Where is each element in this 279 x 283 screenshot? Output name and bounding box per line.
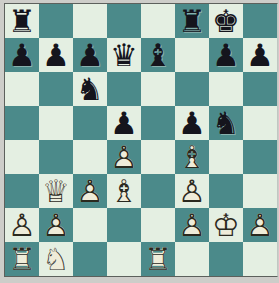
piece-black-queen[interactable]: ♛: [107, 38, 141, 72]
square-g6[interactable]: [209, 72, 243, 106]
white-piece-outline-glyph: ♙: [175, 174, 209, 208]
piece-black-pawn[interactable]: ♟: [243, 38, 277, 72]
square-e3[interactable]: [141, 174, 175, 208]
piece-black-pawn[interactable]: ♟: [5, 38, 39, 72]
square-g2[interactable]: ♚♔: [209, 208, 243, 242]
square-e4[interactable]: [141, 140, 175, 174]
square-b8[interactable]: [39, 4, 73, 38]
piece-black-pawn[interactable]: ♟: [39, 38, 73, 72]
piece-white-pawn[interactable]: ♟♙: [107, 140, 141, 174]
piece-black-pawn[interactable]: ♟: [73, 38, 107, 72]
square-b7[interactable]: ♟: [39, 38, 73, 72]
square-d8[interactable]: [107, 4, 141, 38]
square-f5[interactable]: ♟: [175, 106, 209, 140]
square-b3[interactable]: ♛♕: [39, 174, 73, 208]
square-h6[interactable]: [243, 72, 277, 106]
square-d2[interactable]: [107, 208, 141, 242]
white-piece-outline-glyph: ♘: [39, 242, 73, 276]
white-piece-outline-glyph: ♗: [175, 140, 209, 174]
square-a3[interactable]: [5, 174, 39, 208]
square-f7[interactable]: [175, 38, 209, 72]
square-f8[interactable]: ♜: [175, 4, 209, 38]
white-piece-outline-glyph: ♙: [5, 208, 39, 242]
square-g7[interactable]: ♟: [209, 38, 243, 72]
white-piece-outline-glyph: ♙: [243, 208, 277, 242]
white-piece-outline-glyph: ♖: [141, 242, 175, 276]
white-piece-outline-glyph: ♙: [175, 208, 209, 242]
square-b4[interactable]: [39, 140, 73, 174]
piece-white-pawn[interactable]: ♟♙: [39, 208, 73, 242]
square-f1[interactable]: [175, 242, 209, 276]
square-h2[interactable]: ♟♙: [243, 208, 277, 242]
white-piece-outline-glyph: ♙: [107, 140, 141, 174]
square-f2[interactable]: ♟♙: [175, 208, 209, 242]
square-g8[interactable]: ♚: [209, 4, 243, 38]
square-b6[interactable]: [39, 72, 73, 106]
square-f4[interactable]: ♝♗: [175, 140, 209, 174]
square-h1[interactable]: [243, 242, 277, 276]
square-c2[interactable]: [73, 208, 107, 242]
square-d6[interactable]: [107, 72, 141, 106]
square-e7[interactable]: ♝: [141, 38, 175, 72]
square-e1[interactable]: ♜♖: [141, 242, 175, 276]
square-f6[interactable]: [175, 72, 209, 106]
square-e2[interactable]: [141, 208, 175, 242]
white-piece-outline-glyph: ♖: [5, 242, 39, 276]
piece-black-rook[interactable]: ♜: [175, 4, 209, 38]
piece-white-king[interactable]: ♚♔: [209, 208, 243, 242]
piece-white-queen[interactable]: ♛♕: [39, 174, 73, 208]
white-piece-outline-glyph: ♙: [73, 174, 107, 208]
square-g3[interactable]: [209, 174, 243, 208]
square-d4[interactable]: ♟♙: [107, 140, 141, 174]
square-d3[interactable]: ♝♗: [107, 174, 141, 208]
square-a8[interactable]: ♜: [5, 4, 39, 38]
square-b2[interactable]: ♟♙: [39, 208, 73, 242]
piece-black-knight[interactable]: ♞: [73, 72, 107, 106]
square-a2[interactable]: ♟♙: [5, 208, 39, 242]
square-g1[interactable]: [209, 242, 243, 276]
square-c6[interactable]: ♞: [73, 72, 107, 106]
piece-white-pawn[interactable]: ♟♙: [73, 174, 107, 208]
square-a1[interactable]: ♜♖: [5, 242, 39, 276]
square-d5[interactable]: ♟: [107, 106, 141, 140]
piece-white-bishop[interactable]: ♝♗: [175, 140, 209, 174]
square-c8[interactable]: [73, 4, 107, 38]
square-h7[interactable]: ♟: [243, 38, 277, 72]
piece-white-rook[interactable]: ♜♖: [5, 242, 39, 276]
square-h3[interactable]: [243, 174, 277, 208]
piece-black-pawn[interactable]: ♟: [209, 38, 243, 72]
square-h4[interactable]: [243, 140, 277, 174]
square-g4[interactable]: [209, 140, 243, 174]
piece-white-pawn[interactable]: ♟♙: [5, 208, 39, 242]
white-piece-outline-glyph: ♗: [107, 174, 141, 208]
square-a5[interactable]: [5, 106, 39, 140]
square-c7[interactable]: ♟: [73, 38, 107, 72]
piece-black-knight[interactable]: ♞: [209, 106, 243, 140]
square-h8[interactable]: [243, 4, 277, 38]
white-piece-outline-glyph: ♙: [39, 208, 73, 242]
piece-white-pawn[interactable]: ♟♙: [175, 174, 209, 208]
square-a6[interactable]: [5, 72, 39, 106]
piece-black-rook[interactable]: ♜: [5, 4, 39, 38]
square-c5[interactable]: [73, 106, 107, 140]
piece-black-pawn[interactable]: ♟: [107, 106, 141, 140]
square-c3[interactable]: ♟♙: [73, 174, 107, 208]
square-h5[interactable]: [243, 106, 277, 140]
square-c4[interactable]: [73, 140, 107, 174]
square-b1[interactable]: ♞♘: [39, 242, 73, 276]
square-g5[interactable]: ♞: [209, 106, 243, 140]
piece-white-knight[interactable]: ♞♘: [39, 242, 73, 276]
square-d1[interactable]: [107, 242, 141, 276]
square-c1[interactable]: [73, 242, 107, 276]
square-e6[interactable]: [141, 72, 175, 106]
piece-white-rook[interactable]: ♜♖: [141, 242, 175, 276]
square-e8[interactable]: [141, 4, 175, 38]
square-d7[interactable]: ♛: [107, 38, 141, 72]
white-piece-outline-glyph: ♕: [39, 174, 73, 208]
chess-board: ♜♜♚♟♟♟♛♝♟♟♞♟♟♞♟♙♝♗♛♕♟♙♝♗♟♙♟♙♟♙♟♙♚♔♟♙♜♖♞♘…: [4, 3, 278, 277]
square-f3[interactable]: ♟♙: [175, 174, 209, 208]
white-piece-outline-glyph: ♔: [209, 208, 243, 242]
board-frame: ♜♜♚♟♟♟♛♝♟♟♞♟♟♞♟♙♝♗♛♕♟♙♝♗♟♙♟♙♟♙♟♙♚♔♟♙♜♖♞♘…: [0, 0, 279, 283]
piece-white-bishop[interactable]: ♝♗: [107, 174, 141, 208]
square-e5[interactable]: [141, 106, 175, 140]
piece-white-pawn[interactable]: ♟♙: [175, 208, 209, 242]
square-a4[interactable]: [5, 140, 39, 174]
square-a7[interactable]: ♟: [5, 38, 39, 72]
piece-black-king[interactable]: ♚: [209, 4, 243, 38]
piece-black-pawn[interactable]: ♟: [175, 106, 209, 140]
piece-black-bishop[interactable]: ♝: [141, 38, 175, 72]
piece-white-pawn[interactable]: ♟♙: [243, 208, 277, 242]
square-b5[interactable]: [39, 106, 73, 140]
